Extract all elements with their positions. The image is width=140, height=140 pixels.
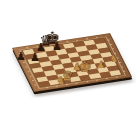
pieces-layer: ♟♟♟♛♚♟♞♟♚♟♛♞: [0, 0, 140, 140]
white-knight: ♞: [110, 54, 119, 64]
white-pawn: ♟: [73, 62, 82, 72]
product-photo: ♟♟♟♛♚♟♞♟♚♟♛♞: [0, 0, 140, 140]
white-pawn: ♟: [97, 60, 106, 70]
black-pawn: ♟: [52, 41, 62, 52]
white-knight: ♞: [56, 75, 66, 86]
black-pawn: ♟: [16, 51, 26, 62]
